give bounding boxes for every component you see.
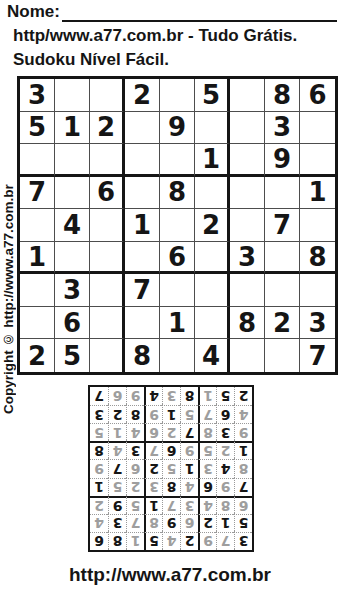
cell-r9c7	[230, 339, 265, 372]
solution-cell-r6c6: 7	[144, 441, 162, 459]
cell-r9c5	[160, 339, 195, 372]
solution-cell-r5c4: 1	[180, 459, 198, 477]
cell-r8c7: 8	[230, 307, 265, 340]
cell-r6c1: 1	[20, 242, 55, 275]
solution-cell-r2c8: 3	[108, 514, 126, 532]
puzzle-title: Sudoku Nível Fácil.	[13, 50, 169, 70]
solution-cell-r6c8: 4	[108, 441, 126, 459]
cell-r3c5	[160, 144, 195, 177]
cell-r4c7	[230, 177, 265, 210]
cell-r6c4	[125, 242, 160, 275]
solution-cell-r8c3: 7	[198, 405, 216, 423]
cell-r2c2: 1	[55, 112, 90, 145]
copyright-vertical-text: Copyright © http://www.a77.com.br	[0, 140, 17, 458]
solution-cell-r4c2: 9	[216, 478, 234, 496]
cell-r9c6: 4	[195, 339, 230, 372]
cell-r4c6	[195, 177, 230, 210]
solution-cell-r4c3: 6	[198, 478, 216, 496]
solution-cell-r5c3: 3	[198, 459, 216, 477]
solution-cell-r8c2: 6	[216, 405, 234, 423]
cell-r7c6	[195, 274, 230, 307]
solution-cell-r3c9: 2	[90, 496, 108, 514]
cell-r1c8: 8	[265, 79, 300, 112]
solution-cell-r2c2: 1	[216, 514, 234, 532]
solution-cell-r1c4: 2	[180, 532, 198, 550]
footer-url: http://www.a77.com.br	[0, 564, 340, 586]
cell-r2c4	[125, 112, 160, 145]
name-row: Nome:	[7, 2, 337, 22]
solution-cell-r1c7: 1	[126, 532, 144, 550]
cell-r4c2	[55, 177, 90, 210]
cell-r9c8	[265, 339, 300, 372]
solution-cell-r5c2: 4	[216, 459, 234, 477]
cell-r1c4: 2	[125, 79, 160, 112]
solution-cell-r8c7: 8	[126, 405, 144, 423]
solution-cell-r2c1: 5	[234, 514, 252, 532]
solution-cell-r7c8: 1	[108, 423, 126, 441]
cell-r8c1	[20, 307, 55, 340]
cell-r5c5	[160, 209, 195, 242]
solution-cell-r7c3: 8	[198, 423, 216, 441]
cell-r5c9	[300, 209, 335, 242]
cell-r4c3: 6	[90, 177, 125, 210]
solution-cell-r6c2: 2	[216, 441, 234, 459]
solution-cell-r5c1: 8	[234, 459, 252, 477]
cell-r8c5: 1	[160, 307, 195, 340]
solution-cell-r7c7: 4	[126, 423, 144, 441]
solution-cell-r6c1: 1	[234, 441, 252, 459]
cell-r2c1: 5	[20, 112, 55, 145]
solution-cell-r5c6: 2	[144, 459, 162, 477]
cell-r9c1: 2	[20, 339, 55, 372]
solution-cell-r9c2: 5	[216, 387, 234, 405]
solution-cell-r5c9: 9	[90, 459, 108, 477]
solution-cell-r1c9: 6	[90, 532, 108, 550]
cell-r2c5: 9	[160, 112, 195, 145]
solution-cell-r2c3: 2	[198, 514, 216, 532]
solution-cell-r3c2: 8	[216, 496, 234, 514]
cell-r3c8: 9	[265, 144, 300, 177]
solution-cell-r9c6: 4	[144, 387, 162, 405]
solution-cell-r2c6: 8	[144, 514, 162, 532]
name-fill-line	[62, 2, 337, 22]
solution-cell-r8c8: 2	[108, 405, 126, 423]
cell-r6c6	[195, 242, 230, 275]
solution-cell-r1c3: 9	[198, 532, 216, 550]
solution-cell-r4c8: 5	[108, 478, 126, 496]
solution-grid-rotated: 3792451865126987346843715927964832518431…	[88, 385, 254, 552]
cell-r6c5: 6	[160, 242, 195, 275]
cell-r1c5	[160, 79, 195, 112]
cell-r4c5: 8	[160, 177, 195, 210]
solution-cell-r3c3: 4	[198, 496, 216, 514]
solution-cell-r3c1: 6	[234, 496, 252, 514]
cell-r7c1	[20, 274, 55, 307]
cell-r7c3	[90, 274, 125, 307]
site-tagline: http/www.a77.com.br - Tudo Grátis.	[13, 26, 297, 46]
cell-r3c2	[55, 144, 90, 177]
cell-r5c6: 2	[195, 209, 230, 242]
solution-cell-r7c2: 3	[216, 423, 234, 441]
cell-r8c3	[90, 307, 125, 340]
solution-cell-r1c2: 7	[216, 532, 234, 550]
sudoku-worksheet: Nome: http/www.a77.com.br - Tudo Grátis.…	[0, 0, 340, 596]
cell-r3c7	[230, 144, 265, 177]
solution-cell-r2c5: 9	[162, 514, 180, 532]
solution-cell-r6c9: 8	[90, 441, 108, 459]
solution-cell-r4c1: 7	[234, 478, 252, 496]
cell-r2c7	[230, 112, 265, 145]
cell-r5c2: 4	[55, 209, 90, 242]
solution-cell-r2c4: 6	[180, 514, 198, 532]
cell-r1c3	[90, 79, 125, 112]
cell-r3c4	[125, 144, 160, 177]
solution-cell-r8c9: 3	[90, 405, 108, 423]
solution-cell-r2c9: 4	[90, 514, 108, 532]
solution-cell-r4c9: 1	[90, 478, 108, 496]
solution-cell-r3c6: 1	[144, 496, 162, 514]
solution-cell-r6c5: 6	[162, 441, 180, 459]
solution-cell-r9c3: 1	[198, 387, 216, 405]
cell-r8c4	[125, 307, 160, 340]
cell-r7c9	[300, 274, 335, 307]
cell-r1c6: 5	[195, 79, 230, 112]
cell-r6c9: 8	[300, 242, 335, 275]
solution-cell-r4c4: 4	[180, 478, 198, 496]
solution-cell-r7c6: 6	[144, 423, 162, 441]
name-label: Nome:	[7, 2, 60, 22]
solution-cell-r8c5: 1	[162, 405, 180, 423]
cell-r4c4	[125, 177, 160, 210]
solution-cell-r8c1: 4	[234, 405, 252, 423]
cell-r6c7: 3	[230, 242, 265, 275]
solution-cell-r3c8: 9	[108, 496, 126, 514]
cell-r7c5	[160, 274, 195, 307]
solution-cell-r8c4: 5	[180, 405, 198, 423]
cell-r9c2: 5	[55, 339, 90, 372]
cell-r8c9: 3	[300, 307, 335, 340]
solution-cell-r9c1: 2	[234, 387, 252, 405]
cell-r9c4: 8	[125, 339, 160, 372]
cell-r7c7	[230, 274, 265, 307]
cell-r3c3	[90, 144, 125, 177]
cell-r2c9	[300, 112, 335, 145]
solution-cell-r9c8: 6	[108, 387, 126, 405]
solution-cell-r6c7: 3	[126, 441, 144, 459]
cell-r7c8	[265, 274, 300, 307]
cell-r4c9: 1	[300, 177, 335, 210]
solution-cell-r8c6: 9	[144, 405, 162, 423]
solution-cell-r4c7: 2	[126, 478, 144, 496]
cell-r9c3	[90, 339, 125, 372]
cell-r7c2: 3	[55, 274, 90, 307]
cell-r5c3	[90, 209, 125, 242]
solution-cell-r6c4: 9	[180, 441, 198, 459]
solution-cell-r3c7: 5	[126, 496, 144, 514]
cell-r1c2	[55, 79, 90, 112]
solution-cell-r9c5: 3	[162, 387, 180, 405]
cell-r2c6	[195, 112, 230, 145]
cell-r3c9	[300, 144, 335, 177]
cell-r8c2: 6	[55, 307, 90, 340]
solution-cell-r7c1: 9	[234, 423, 252, 441]
cell-r8c8: 2	[265, 307, 300, 340]
solution-cell-r3c5: 7	[162, 496, 180, 514]
solution-cell-r4c6: 3	[144, 478, 162, 496]
cell-r2c3: 2	[90, 112, 125, 145]
solution-cell-r6c3: 5	[198, 441, 216, 459]
sudoku-grid: 325865129319768141271638376182325847	[17, 76, 338, 375]
solution-cell-r3c4: 3	[180, 496, 198, 514]
solution-cell-r9c7: 9	[126, 387, 144, 405]
cell-r9c9: 7	[300, 339, 335, 372]
solution-cell-r5c5: 5	[162, 459, 180, 477]
solution-cell-r7c9: 5	[90, 423, 108, 441]
solution-cell-r1c6: 5	[144, 532, 162, 550]
cell-r6c2	[55, 242, 90, 275]
cell-r1c1: 3	[20, 79, 55, 112]
solution-cell-r9c9: 7	[90, 387, 108, 405]
cell-r5c4: 1	[125, 209, 160, 242]
cell-r7c4: 7	[125, 274, 160, 307]
solution-cell-r5c7: 6	[126, 459, 144, 477]
solution-cell-r1c8: 8	[108, 532, 126, 550]
cell-r4c1: 7	[20, 177, 55, 210]
solution-cell-r5c8: 7	[108, 459, 126, 477]
cell-r6c8	[265, 242, 300, 275]
solution-cell-r7c4: 7	[180, 423, 198, 441]
solution-cell-r2c7: 7	[126, 514, 144, 532]
cell-r3c6: 1	[195, 144, 230, 177]
cell-r4c8	[265, 177, 300, 210]
solution-cell-r1c5: 4	[162, 532, 180, 550]
cell-r1c7	[230, 79, 265, 112]
cell-r6c3	[90, 242, 125, 275]
cell-r5c1	[20, 209, 55, 242]
solution-cell-r1c1: 3	[234, 532, 252, 550]
cell-r1c9: 6	[300, 79, 335, 112]
cell-r2c8: 3	[265, 112, 300, 145]
solution-cell-r7c5: 2	[162, 423, 180, 441]
solution-cell-r4c5: 8	[162, 478, 180, 496]
cell-r5c8: 7	[265, 209, 300, 242]
cell-r8c6	[195, 307, 230, 340]
cell-r5c7	[230, 209, 265, 242]
cell-r3c1	[20, 144, 55, 177]
solution-cell-r9c4: 8	[180, 387, 198, 405]
